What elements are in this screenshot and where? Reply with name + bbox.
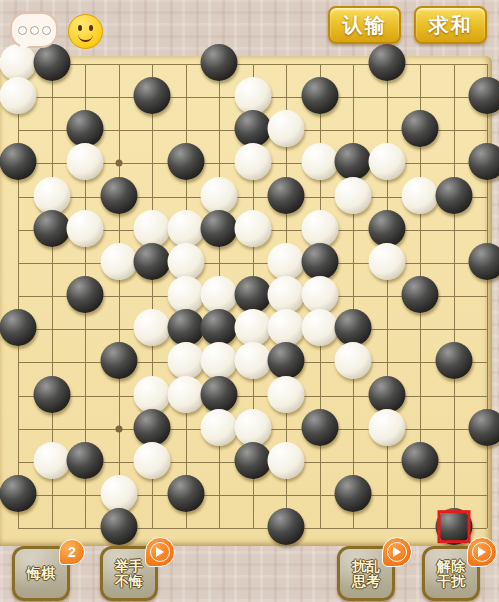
chat-bubble-icon[interactable] xyxy=(10,12,58,48)
black-stone xyxy=(33,376,70,413)
black-stone xyxy=(0,143,37,180)
white-stone xyxy=(0,77,37,114)
white-stone xyxy=(301,143,338,180)
white-stone xyxy=(167,342,204,379)
white-stone xyxy=(167,276,204,313)
black-stone xyxy=(234,442,271,479)
black-stone xyxy=(368,376,405,413)
white-stone xyxy=(368,143,405,180)
white-stone xyxy=(201,177,238,214)
white-stone xyxy=(201,409,238,446)
white-stone xyxy=(368,243,405,280)
black-stone xyxy=(402,442,439,479)
grid-line xyxy=(18,495,487,496)
black-stone xyxy=(0,475,37,512)
white-stone xyxy=(335,342,372,379)
star-point xyxy=(115,425,122,432)
white-stone xyxy=(67,143,104,180)
black-stone xyxy=(167,143,204,180)
black-stone xyxy=(67,276,104,313)
white-stone xyxy=(201,276,238,313)
black-stone xyxy=(67,110,104,147)
undo-button[interactable]: 悔棋 2 xyxy=(12,546,70,601)
play-badge-icon[interactable] xyxy=(145,537,175,567)
black-stone xyxy=(335,475,372,512)
white-stone xyxy=(234,77,271,114)
grid-line xyxy=(387,64,388,528)
grid-line xyxy=(353,64,354,528)
black-stone xyxy=(100,508,137,545)
white-stone xyxy=(234,210,271,247)
white-stone xyxy=(134,442,171,479)
smiley-eye xyxy=(78,25,82,31)
white-stone xyxy=(167,376,204,413)
white-stone xyxy=(268,442,305,479)
white-stone xyxy=(368,409,405,446)
grid-line xyxy=(18,528,487,529)
black-stone xyxy=(167,475,204,512)
white-stone xyxy=(301,210,338,247)
white-stone xyxy=(234,409,271,446)
black-stone xyxy=(134,77,171,114)
white-stone xyxy=(301,309,338,346)
black-stone xyxy=(301,77,338,114)
black-stone xyxy=(435,177,472,214)
disturb-label-1: 扰乱 xyxy=(352,559,380,574)
black-stone xyxy=(33,210,70,247)
white-stone xyxy=(167,243,204,280)
black-stone xyxy=(167,309,204,346)
no-regret-label-1: 举手 xyxy=(115,559,143,574)
white-stone xyxy=(100,475,137,512)
disturb-thinking-button[interactable]: 扰乱 思考 xyxy=(337,546,395,601)
last-move-marker xyxy=(437,510,470,543)
black-stone xyxy=(234,110,271,147)
white-stone xyxy=(134,210,171,247)
white-stone xyxy=(201,342,238,379)
black-stone xyxy=(268,342,305,379)
play-badge-icon[interactable] xyxy=(382,537,412,567)
no-regret-label-2: 不悔 xyxy=(115,574,143,589)
black-stone xyxy=(402,276,439,313)
white-stone xyxy=(167,210,204,247)
star-point xyxy=(115,160,122,167)
play-badge-icon[interactable] xyxy=(467,537,497,567)
black-stone xyxy=(100,177,137,214)
chat-dot xyxy=(30,26,39,35)
undo-count-badge: 2 xyxy=(59,539,85,565)
black-stone xyxy=(234,276,271,313)
white-stone xyxy=(33,442,70,479)
white-stone xyxy=(301,276,338,313)
white-stone xyxy=(268,110,305,147)
white-stone xyxy=(134,376,171,413)
white-stone xyxy=(268,376,305,413)
black-stone xyxy=(469,409,499,446)
white-stone xyxy=(234,309,271,346)
undisturb-label-2: 干扰 xyxy=(437,574,465,589)
black-stone xyxy=(201,309,238,346)
black-stone xyxy=(435,342,472,379)
black-stone xyxy=(33,44,70,81)
white-stone xyxy=(67,210,104,247)
smiley-eye xyxy=(89,25,93,31)
chat-dot xyxy=(42,26,51,35)
black-stone xyxy=(469,243,499,280)
white-stone xyxy=(33,177,70,214)
grid-line xyxy=(487,64,488,528)
grid-line xyxy=(18,396,487,397)
white-stone xyxy=(100,243,137,280)
white-stone xyxy=(268,276,305,313)
black-stone xyxy=(201,44,238,81)
undo-label: 悔棋 xyxy=(27,566,55,581)
gomoku-board[interactable] xyxy=(0,56,492,546)
resign-button[interactable]: 认输 xyxy=(328,6,401,44)
black-stone xyxy=(301,409,338,446)
black-stone xyxy=(301,243,338,280)
white-stone xyxy=(335,177,372,214)
black-stone xyxy=(469,143,499,180)
white-stone xyxy=(234,143,271,180)
disturb-label-2: 思考 xyxy=(352,574,380,589)
smiley-mouth xyxy=(78,32,93,42)
chat-dot xyxy=(18,26,27,35)
remove-disturb-button[interactable]: 解除 干扰 xyxy=(422,546,480,601)
black-stone xyxy=(402,110,439,147)
black-stone xyxy=(368,44,405,81)
black-stone xyxy=(0,309,37,346)
black-stone xyxy=(335,309,372,346)
white-stone xyxy=(402,177,439,214)
no-regret-button[interactable]: 举手 不悔 xyxy=(100,546,158,601)
emoji-smiley-icon[interactable] xyxy=(68,14,103,49)
black-stone xyxy=(469,77,499,114)
black-stone xyxy=(134,409,171,446)
black-stone xyxy=(100,342,137,379)
black-stone xyxy=(201,376,238,413)
grid-line xyxy=(454,64,455,528)
black-stone xyxy=(268,177,305,214)
white-stone xyxy=(268,243,305,280)
black-stone xyxy=(67,442,104,479)
black-stone xyxy=(134,243,171,280)
black-stone xyxy=(268,508,305,545)
black-stone xyxy=(335,143,372,180)
black-stone xyxy=(201,210,238,247)
white-stone xyxy=(268,309,305,346)
offer-draw-button[interactable]: 求和 xyxy=(414,6,487,44)
undisturb-label-1: 解除 xyxy=(437,559,465,574)
white-stone xyxy=(234,342,271,379)
black-stone xyxy=(368,210,405,247)
white-stone xyxy=(134,309,171,346)
